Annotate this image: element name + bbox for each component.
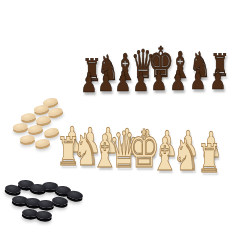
square-c8 [115, 76, 135, 88]
natural-checkers-pile [0, 0, 250, 250]
square-c7 [113, 87, 133, 99]
square-e3 [138, 136, 160, 150]
piece-black-knight-b8: ♞ [98, 51, 120, 86]
board-edge-text: Lovingly Made for Bigjigs Toys [54, 177, 131, 186]
square-b6 [92, 99, 112, 111]
square-b1 [75, 161, 97, 176]
square-h5 [204, 110, 227, 124]
square-d7 [130, 86, 151, 98]
natural-draughts-disc [35, 115, 51, 125]
board-grid [57, 72, 230, 183]
square-a7 [79, 88, 99, 100]
square-e2 [135, 150, 158, 165]
piece-black-pawn-b7: ♟ [97, 69, 114, 96]
square-f7 [167, 85, 188, 98]
black-draughts-disc [18, 179, 35, 188]
square-f2 [155, 150, 178, 165]
black-draughts-disc [36, 210, 53, 220]
square-a4 [69, 123, 89, 135]
piece-black-bishop-f8: ♝ [169, 47, 192, 84]
square-a2 [61, 147, 82, 161]
square-a6 [76, 99, 96, 111]
square-a3 [65, 135, 86, 148]
natural-draughts-disc [47, 107, 63, 118]
natural-draughts-disc [42, 97, 58, 107]
piece-white-pawn-h2: ♟ [200, 128, 222, 163]
piece-white-pawn-d2: ♟ [116, 124, 138, 159]
square-g1 [174, 165, 198, 181]
piece-black-knight-g8: ♞ [189, 47, 211, 82]
square-e6 [146, 98, 167, 111]
black-draughts-disc [55, 185, 72, 195]
piece-white-pawn-e2: ♟ [136, 125, 158, 160]
square-a8 [82, 77, 101, 88]
natural-draughts-disc [27, 124, 43, 134]
piece-black-queen-d8: ♛ [131, 45, 155, 85]
piece-black-pawn-g7: ♟ [190, 67, 207, 94]
black-draughts-disc [30, 183, 47, 193]
square-c6 [110, 99, 131, 111]
piece-black-pawn-f7: ♟ [170, 67, 187, 94]
piece-white-knight-g1: ♞ [173, 134, 200, 178]
black-draughts-disc [25, 197, 42, 207]
square-h2 [198, 151, 222, 167]
square-c3 [100, 135, 122, 149]
square-f1 [153, 164, 177, 180]
piece-black-pawn-d7: ♟ [132, 68, 149, 95]
square-e8 [151, 74, 172, 86]
black-draughts-disc [52, 196, 69, 206]
square-b5 [89, 111, 109, 123]
square-e7 [148, 86, 169, 98]
black-checkers-pile [0, 0, 250, 250]
piece-black-pawn-h7: ♟ [210, 66, 227, 93]
natural-draughts-disc [20, 112, 35, 121]
square-d8 [133, 75, 153, 87]
square-d2 [116, 149, 138, 163]
square-f6 [165, 98, 187, 111]
square-g8 [189, 73, 211, 86]
natural-draughts-disc [19, 135, 34, 144]
square-h4 [202, 123, 226, 137]
square-e1 [132, 163, 155, 179]
square-c5 [107, 111, 128, 123]
piece-white-queen-d1: ♛ [109, 126, 139, 176]
square-b2 [79, 148, 100, 162]
piece-white-pawn-g2: ♟ [178, 127, 200, 162]
piece-black-rook-h8: ♜ [210, 50, 229, 82]
square-h6 [206, 97, 229, 110]
square-g6 [185, 97, 207, 110]
square-b3 [82, 135, 103, 148]
natural-draughts-disc [33, 104, 49, 114]
piece-white-rook-a1: ♜ [56, 132, 80, 171]
natural-draughts-disc [34, 138, 50, 148]
piece-white-rook-h1: ♜ [197, 139, 221, 178]
square-f5 [163, 110, 185, 123]
piece-white-knight-b1: ♞ [73, 129, 100, 173]
black-draughts-disc [22, 208, 39, 217]
square-f8 [170, 73, 191, 85]
square-f3 [158, 136, 181, 150]
square-c1 [93, 162, 115, 177]
piece-black-pawn-e7: ♟ [151, 68, 168, 95]
natural-draughts-disc [12, 123, 27, 132]
black-draughts-disc [38, 199, 55, 208]
square-g7 [187, 85, 209, 98]
piece-white-king-e1: ♚ [128, 124, 160, 176]
square-g5 [183, 110, 206, 123]
piece-black-pawn-c7: ♟ [114, 68, 131, 95]
black-draughts-disc [66, 190, 83, 201]
product-photo[interactable]: Lovingly Made for Bigjigs Toys ♜♞♝♛♚♝♞♜♟… [0, 0, 250, 250]
square-g4 [181, 123, 204, 137]
square-a5 [72, 111, 92, 123]
square-c4 [103, 123, 124, 136]
board-frame [54, 69, 235, 186]
piece-white-pawn-f2: ♟ [156, 126, 178, 161]
square-h1 [196, 166, 221, 183]
piece-black-rook-a8: ♜ [82, 54, 101, 86]
pieces-layer: ♜♞♝♛♚♝♞♜♟♟♟♟♟♟♟♟♟♟♟♟♟♟♟♟♜♞♝♛♚♝♞♜ [0, 0, 250, 250]
square-b4 [86, 123, 107, 136]
piece-white-bishop-c1: ♝ [91, 128, 119, 174]
piece-black-pawn-a7: ♟ [80, 69, 97, 96]
black-draughts-disc [42, 182, 58, 191]
square-d1 [112, 163, 135, 178]
piece-black-king-e8: ♚ [148, 43, 174, 85]
square-b7 [96, 87, 116, 99]
square-h3 [200, 137, 224, 152]
natural-draughts-disc [43, 127, 59, 137]
piece-black-bishop-c8: ♝ [114, 49, 137, 86]
square-c2 [97, 148, 119, 162]
piece-white-bishop-f1: ♝ [151, 131, 179, 177]
square-d6 [128, 98, 149, 110]
black-draughts-disc [5, 184, 22, 194]
piece-white-pawn-a2: ♟ [61, 122, 83, 157]
square-d3 [119, 136, 141, 150]
black-draughts-disc [12, 195, 29, 204]
square-d5 [125, 111, 146, 124]
square-b8 [99, 76, 119, 88]
square-h7 [207, 84, 229, 97]
square-g2 [176, 151, 200, 166]
square-a1 [57, 160, 78, 174]
square-f4 [160, 123, 183, 137]
square-e5 [143, 110, 165, 123]
piece-white-pawn-b2: ♟ [79, 123, 101, 158]
piece-white-pawn-c2: ♟ [97, 124, 119, 159]
square-h8 [209, 72, 231, 85]
square-g3 [179, 137, 202, 152]
chess-board: Lovingly Made for Bigjigs Toys [43, 63, 246, 195]
square-e4 [141, 123, 163, 136]
square-d4 [122, 123, 144, 136]
